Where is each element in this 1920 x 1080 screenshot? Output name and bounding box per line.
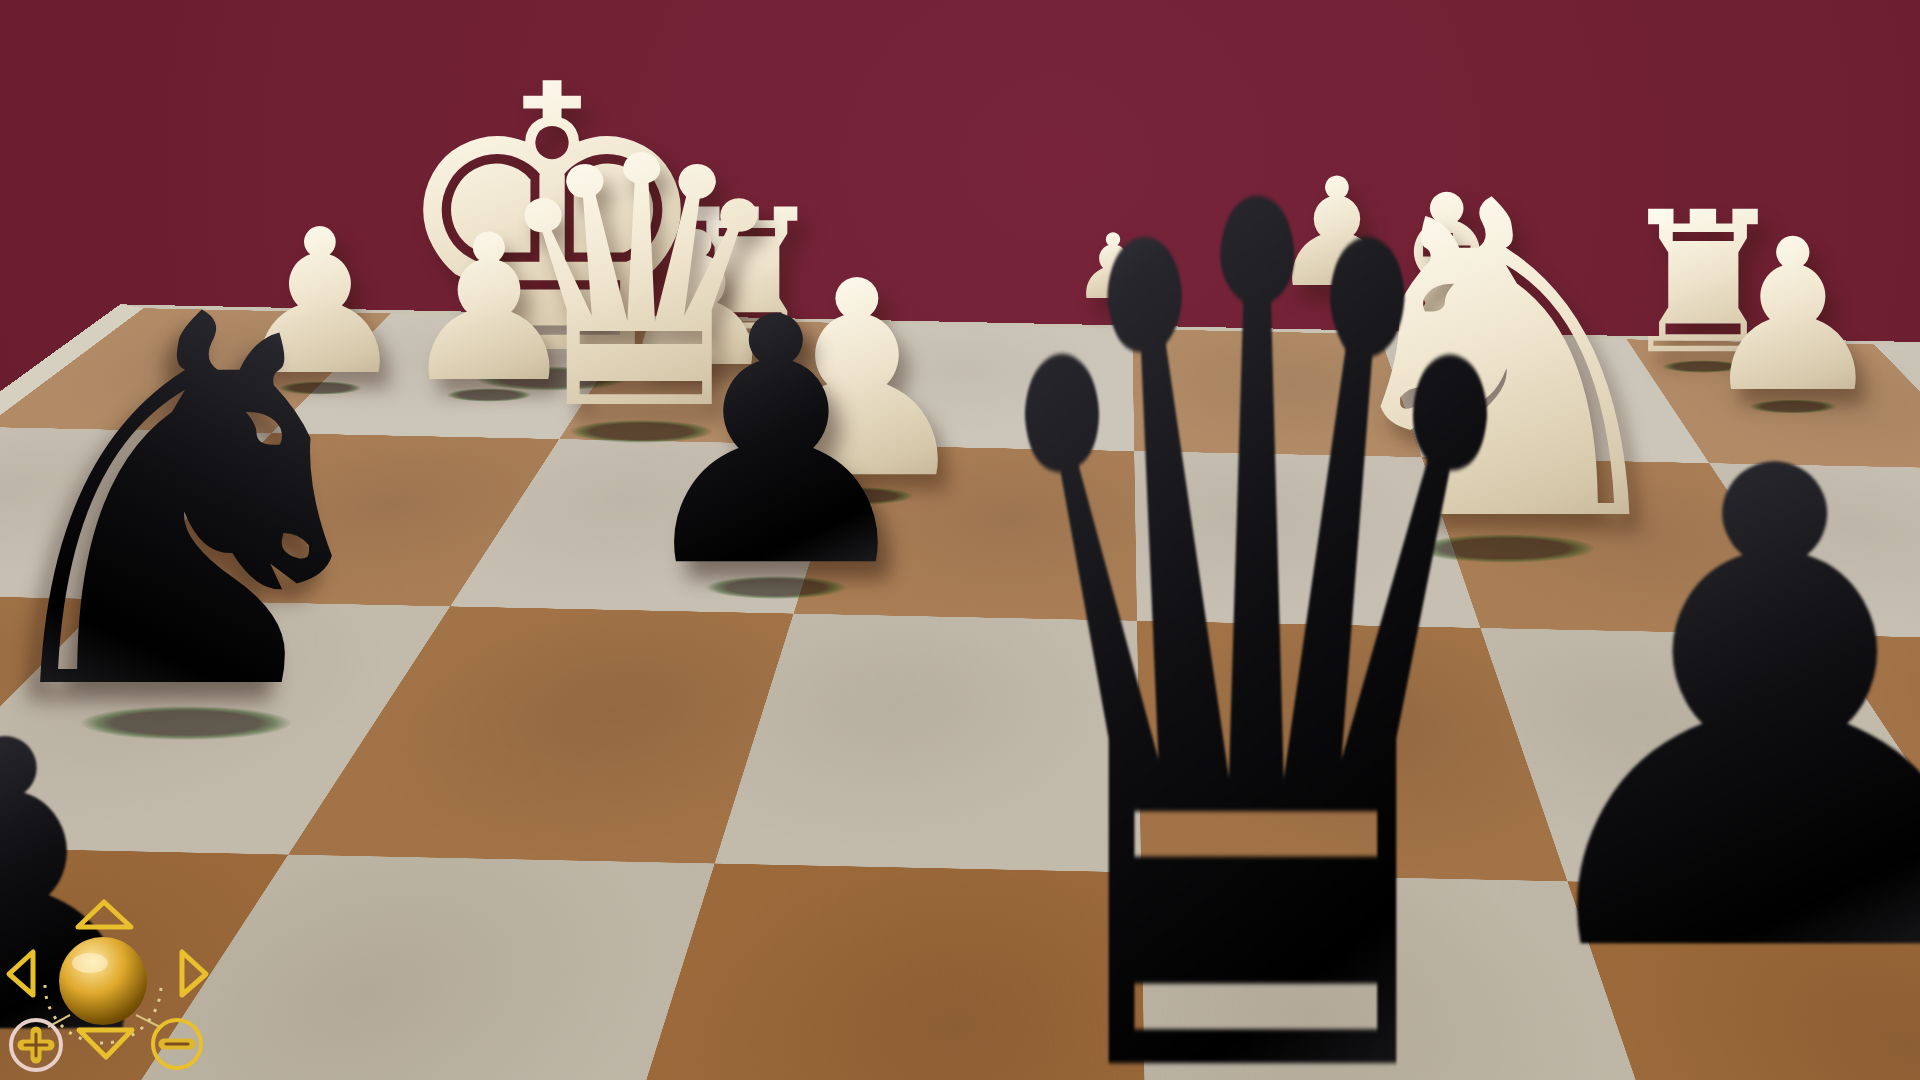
- camera-control-widget: [0, 893, 215, 1078]
- trackball-highlight: [72, 953, 108, 973]
- pan-left-arrow[interactable]: [9, 952, 33, 995]
- widget-connector-right: [136, 1015, 160, 1027]
- zoom-out-button[interactable]: [153, 1020, 201, 1068]
- black-pawn-center[interactable]: ♟: [624, 273, 929, 613]
- chess-3d-scene: ♟♟♚♛♟♜♟♟♟♝♞♜♟♞♟♛♟♟: [0, 0, 1920, 1080]
- zoom-in-button[interactable]: [11, 1020, 61, 1070]
- pan-up-arrow[interactable]: [78, 902, 131, 927]
- pan-down-arrow[interactable]: [79, 1030, 132, 1057]
- pieces-layer: ♟♟♚♛♟♜♟♟♟♝♞♜♟♞♟♛♟♟: [0, 0, 1920, 1080]
- pan-right-arrow[interactable]: [182, 952, 206, 995]
- black-queen-foreground[interactable]: ♛: [949, 58, 1562, 1080]
- camera-trackball[interactable]: [59, 937, 147, 1025]
